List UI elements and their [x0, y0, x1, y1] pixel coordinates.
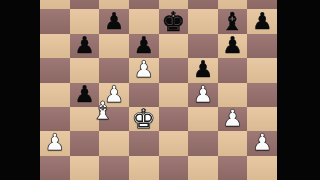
square-a8[interactable] [40, 0, 70, 9]
square-b5[interactable] [70, 58, 100, 82]
square-g3[interactable]: ♟ [218, 107, 248, 131]
square-e3[interactable] [159, 107, 189, 131]
piece-black-pawn[interactable]: ♟ [74, 34, 95, 57]
square-f2[interactable] [188, 131, 218, 155]
square-c2[interactable] [99, 131, 129, 155]
square-h4[interactable] [247, 83, 277, 107]
piece-white-pawn[interactable]: ♟ [252, 131, 273, 154]
square-b2[interactable] [70, 131, 100, 155]
square-b6[interactable]: ♟ [70, 34, 100, 58]
square-f5[interactable]: ♟ [188, 58, 218, 82]
square-d8[interactable] [129, 0, 159, 9]
square-g7[interactable]: ♝ [218, 9, 248, 33]
square-c3[interactable]: ♝ [99, 107, 129, 131]
piece-white-pawn[interactable]: ♟ [222, 107, 243, 130]
square-h5[interactable] [247, 58, 277, 82]
square-a7[interactable] [40, 9, 70, 33]
square-f8[interactable] [188, 0, 218, 9]
square-d1[interactable] [129, 156, 159, 180]
square-g2[interactable] [218, 131, 248, 155]
piece-black-pawn[interactable]: ♟ [104, 10, 125, 33]
piece-black-bishop[interactable]: ♝ [221, 9, 243, 34]
piece-white-bishop[interactable]: ♝ [92, 98, 114, 123]
square-e1[interactable] [159, 156, 189, 180]
piece-black-pawn[interactable]: ♟ [222, 34, 243, 57]
square-g4[interactable] [218, 83, 248, 107]
square-d3[interactable]: ♚ [129, 107, 159, 131]
piece-white-pawn[interactable]: ♟ [45, 131, 66, 154]
square-b8[interactable] [70, 0, 100, 9]
square-e2[interactable] [159, 131, 189, 155]
piece-white-king[interactable]: ♚ [132, 105, 156, 132]
square-a6[interactable] [40, 34, 70, 58]
video-frame: ♟♚♝♟♟♟♟♟♟♟♟♟♝♚♟♟♟ [0, 0, 320, 180]
square-h7[interactable]: ♟ [247, 9, 277, 33]
square-e7[interactable]: ♚ [159, 9, 189, 33]
square-h1[interactable] [247, 156, 277, 180]
square-a3[interactable] [40, 107, 70, 131]
square-c5[interactable] [99, 58, 129, 82]
square-f1[interactable] [188, 156, 218, 180]
square-e6[interactable] [159, 34, 189, 58]
piece-black-pawn[interactable]: ♟ [133, 34, 154, 57]
square-h3[interactable] [247, 107, 277, 131]
square-f3[interactable] [188, 107, 218, 131]
square-d7[interactable] [129, 9, 159, 33]
square-a5[interactable] [40, 58, 70, 82]
square-d6[interactable]: ♟ [129, 34, 159, 58]
square-c7[interactable]: ♟ [99, 9, 129, 33]
square-f4[interactable]: ♟ [188, 83, 218, 107]
letterbox-left [0, 0, 40, 180]
square-f7[interactable] [188, 9, 218, 33]
square-e5[interactable] [159, 58, 189, 82]
square-e4[interactable] [159, 83, 189, 107]
square-h2[interactable]: ♟ [247, 131, 277, 155]
square-f6[interactable] [188, 34, 218, 58]
square-c6[interactable] [99, 34, 129, 58]
letterbox-right [277, 0, 320, 180]
square-a1[interactable] [40, 156, 70, 180]
square-d2[interactable] [129, 131, 159, 155]
piece-black-king[interactable]: ♚ [161, 8, 185, 35]
square-h6[interactable] [247, 34, 277, 58]
square-c1[interactable] [99, 156, 129, 180]
piece-white-pawn[interactable]: ♟ [133, 58, 154, 81]
piece-white-pawn[interactable]: ♟ [193, 83, 214, 106]
chess-board: ♟♚♝♟♟♟♟♟♟♟♟♟♝♚♟♟♟ [40, 0, 277, 180]
piece-black-pawn[interactable]: ♟ [193, 58, 214, 81]
square-a2[interactable]: ♟ [40, 131, 70, 155]
square-a4[interactable] [40, 83, 70, 107]
square-g1[interactable] [218, 156, 248, 180]
piece-black-pawn[interactable]: ♟ [252, 10, 273, 33]
square-d5[interactable]: ♟ [129, 58, 159, 82]
square-g6[interactable]: ♟ [218, 34, 248, 58]
square-b1[interactable] [70, 156, 100, 180]
square-b7[interactable] [70, 9, 100, 33]
square-g5[interactable] [218, 58, 248, 82]
